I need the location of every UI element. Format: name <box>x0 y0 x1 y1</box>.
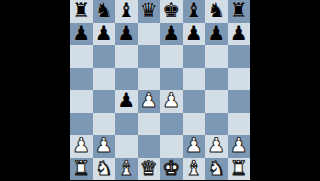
square-a1[interactable]: ♜ <box>70 158 93 181</box>
square-h1[interactable]: ♜ <box>228 158 251 181</box>
square-c5[interactable] <box>115 68 138 91</box>
piece-white-pawn[interactable]: ♟ <box>140 90 158 110</box>
square-h5[interactable] <box>228 68 251 91</box>
piece-black-rook[interactable]: ♜ <box>230 0 248 20</box>
piece-black-bishop[interactable]: ♝ <box>117 0 135 20</box>
square-d7[interactable] <box>138 23 161 46</box>
piece-white-pawn[interactable]: ♟ <box>162 90 180 110</box>
square-c2[interactable] <box>115 135 138 158</box>
app-background: ♜♞♝♛♚♝♞♜♟♟♟♟♟♟♟♟♟♟♟♟♟♟♟♜♞♝♛♚♝♞♜ <box>0 0 320 180</box>
square-h2[interactable]: ♟ <box>228 135 251 158</box>
square-a6[interactable] <box>70 45 93 68</box>
square-g1[interactable]: ♞ <box>205 158 228 181</box>
square-d2[interactable] <box>138 135 161 158</box>
square-d6[interactable] <box>138 45 161 68</box>
piece-white-knight[interactable]: ♞ <box>207 158 225 178</box>
square-a5[interactable] <box>70 68 93 91</box>
square-b7[interactable]: ♟ <box>93 23 116 46</box>
square-h7[interactable]: ♟ <box>228 23 251 46</box>
square-f4[interactable] <box>183 90 206 113</box>
square-g5[interactable] <box>205 68 228 91</box>
piece-black-pawn[interactable]: ♟ <box>117 90 135 110</box>
square-f3[interactable] <box>183 113 206 136</box>
piece-white-bishop[interactable]: ♝ <box>185 158 203 178</box>
square-e2[interactable] <box>160 135 183 158</box>
square-d8[interactable]: ♛ <box>138 0 161 23</box>
piece-black-queen[interactable]: ♛ <box>140 0 158 20</box>
piece-white-rook[interactable]: ♜ <box>72 158 90 178</box>
square-d1[interactable]: ♛ <box>138 158 161 181</box>
piece-black-rook[interactable]: ♜ <box>72 0 90 20</box>
square-a3[interactable] <box>70 113 93 136</box>
square-h8[interactable]: ♜ <box>228 0 251 23</box>
square-e5[interactable] <box>160 68 183 91</box>
square-d3[interactable] <box>138 113 161 136</box>
square-f6[interactable] <box>183 45 206 68</box>
piece-black-knight[interactable]: ♞ <box>207 0 225 20</box>
square-f8[interactable]: ♝ <box>183 0 206 23</box>
piece-black-pawn[interactable]: ♟ <box>95 23 113 43</box>
square-c4[interactable]: ♟ <box>115 90 138 113</box>
square-c7[interactable]: ♟ <box>115 23 138 46</box>
piece-black-bishop[interactable]: ♝ <box>185 0 203 20</box>
square-c8[interactable]: ♝ <box>115 0 138 23</box>
square-b2[interactable]: ♟ <box>93 135 116 158</box>
square-d4[interactable]: ♟ <box>138 90 161 113</box>
piece-white-queen[interactable]: ♛ <box>140 158 158 178</box>
square-f5[interactable] <box>183 68 206 91</box>
square-e8[interactable]: ♚ <box>160 0 183 23</box>
chess-board: ♜♞♝♛♚♝♞♜♟♟♟♟♟♟♟♟♟♟♟♟♟♟♟♜♞♝♛♚♝♞♜ <box>70 0 250 180</box>
square-b1[interactable]: ♞ <box>93 158 116 181</box>
piece-white-knight[interactable]: ♞ <box>95 158 113 178</box>
square-f7[interactable]: ♟ <box>183 23 206 46</box>
square-b5[interactable] <box>93 68 116 91</box>
piece-black-pawn[interactable]: ♟ <box>162 23 180 43</box>
square-g6[interactable] <box>205 45 228 68</box>
square-a7[interactable]: ♟ <box>70 23 93 46</box>
square-c3[interactable] <box>115 113 138 136</box>
square-g8[interactable]: ♞ <box>205 0 228 23</box>
piece-black-knight[interactable]: ♞ <box>95 0 113 20</box>
square-d5[interactable] <box>138 68 161 91</box>
piece-black-pawn[interactable]: ♟ <box>230 23 248 43</box>
square-b8[interactable]: ♞ <box>93 0 116 23</box>
square-g4[interactable] <box>205 90 228 113</box>
square-e4[interactable]: ♟ <box>160 90 183 113</box>
square-e7[interactable]: ♟ <box>160 23 183 46</box>
square-a8[interactable]: ♜ <box>70 0 93 23</box>
piece-white-rook[interactable]: ♜ <box>230 158 248 178</box>
piece-black-pawn[interactable]: ♟ <box>117 23 135 43</box>
piece-white-bishop[interactable]: ♝ <box>117 158 135 178</box>
piece-white-king[interactable]: ♚ <box>162 158 180 178</box>
square-a2[interactable]: ♟ <box>70 135 93 158</box>
piece-black-king[interactable]: ♚ <box>162 0 180 20</box>
square-g3[interactable] <box>205 113 228 136</box>
square-a4[interactable] <box>70 90 93 113</box>
piece-black-pawn[interactable]: ♟ <box>185 23 203 43</box>
square-h6[interactable] <box>228 45 251 68</box>
square-f2[interactable]: ♟ <box>183 135 206 158</box>
square-g7[interactable]: ♟ <box>205 23 228 46</box>
square-e6[interactable] <box>160 45 183 68</box>
square-e1[interactable]: ♚ <box>160 158 183 181</box>
square-g2[interactable]: ♟ <box>205 135 228 158</box>
square-b4[interactable] <box>93 90 116 113</box>
square-f1[interactable]: ♝ <box>183 158 206 181</box>
piece-white-pawn[interactable]: ♟ <box>72 135 90 155</box>
square-e3[interactable] <box>160 113 183 136</box>
piece-white-pawn[interactable]: ♟ <box>207 135 225 155</box>
square-h4[interactable] <box>228 90 251 113</box>
square-c6[interactable] <box>115 45 138 68</box>
square-b3[interactable] <box>93 113 116 136</box>
piece-black-pawn[interactable]: ♟ <box>72 23 90 43</box>
piece-white-pawn[interactable]: ♟ <box>185 135 203 155</box>
piece-white-pawn[interactable]: ♟ <box>95 135 113 155</box>
square-b6[interactable] <box>93 45 116 68</box>
piece-white-pawn[interactable]: ♟ <box>230 135 248 155</box>
square-c1[interactable]: ♝ <box>115 158 138 181</box>
square-h3[interactable] <box>228 113 251 136</box>
piece-black-pawn[interactable]: ♟ <box>207 23 225 43</box>
